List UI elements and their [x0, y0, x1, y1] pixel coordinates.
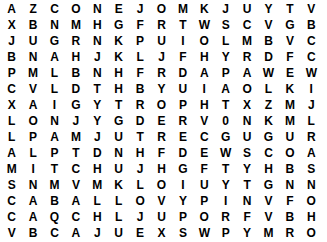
grid-cell[interactable]: A [22, 209, 43, 225]
grid-cell[interactable]: W [258, 65, 279, 81]
grid-cell[interactable]: K [108, 33, 129, 49]
grid-cell[interactable]: F [236, 209, 257, 225]
grid-cell[interactable]: U [22, 33, 43, 49]
grid-cell[interactable]: A [1, 145, 22, 161]
grid-cell[interactable]: C [194, 129, 215, 145]
grid-cell[interactable]: F [194, 161, 215, 177]
grid-cell[interactable]: Q [44, 209, 65, 225]
grid-cell[interactable]: O [279, 145, 300, 161]
grid-cell[interactable]: O [194, 209, 215, 225]
grid-cell[interactable]: B [279, 209, 300, 225]
grid-cell[interactable]: M [1, 161, 22, 177]
grid-cell[interactable]: G [65, 97, 86, 113]
grid-cell[interactable]: J [87, 225, 108, 241]
grid-cell[interactable]: U [108, 129, 129, 145]
grid-cell[interactable]: J [87, 129, 108, 145]
grid-cell[interactable]: C [1, 81, 22, 97]
grid-cell[interactable]: A [65, 225, 86, 241]
grid-cell[interactable]: C [301, 49, 322, 65]
grid-cell[interactable]: I [22, 161, 43, 177]
grid-cell[interactable]: A [22, 193, 43, 209]
grid-cell[interactable]: M [87, 177, 108, 193]
grid-cell[interactable]: A [44, 49, 65, 65]
grid-cell[interactable]: N [22, 49, 43, 65]
grid-cell[interactable]: C [44, 1, 65, 17]
grid-cell[interactable]: V [258, 193, 279, 209]
grid-cell[interactable]: F [279, 49, 300, 65]
grid-cell[interactable]: K [194, 1, 215, 17]
word-search-grid: AZCONEJOMKJUYTVXBNMHGFRTWSCVGBJUGRNKPUIO… [1, 1, 322, 241]
grid-cell[interactable]: R [215, 209, 236, 225]
grid-cell[interactable]: V [258, 209, 279, 225]
grid-cell[interactable]: R [151, 65, 172, 81]
grid-cell[interactable]: G [279, 17, 300, 33]
grid-cell[interactable]: J [129, 161, 150, 177]
grid-cell[interactable]: U [108, 225, 129, 241]
grid-cell[interactable]: H [65, 49, 86, 65]
grid-cell[interactable]: L [44, 65, 65, 81]
grid-cell[interactable]: R [301, 129, 322, 145]
grid-cell[interactable]: W [215, 145, 236, 161]
grid-cell[interactable]: Y [172, 193, 193, 209]
grid-cell[interactable]: E [151, 113, 172, 129]
grid-cell[interactable]: X [1, 97, 22, 113]
grid-cell[interactable]: N [236, 193, 257, 209]
grid-cell[interactable]: N [22, 177, 43, 193]
grid-cell[interactable]: N [44, 113, 65, 129]
grid-cell[interactable]: P [172, 209, 193, 225]
grid-cell[interactable]: H [108, 65, 129, 81]
grid-cell[interactable]: H [258, 161, 279, 177]
grid-cell[interactable]: A [215, 81, 236, 97]
grid-cell[interactable]: H [151, 161, 172, 177]
grid-cell[interactable]: J [301, 97, 322, 113]
grid-cell[interactable]: B [65, 65, 86, 81]
grid-cell[interactable]: E [129, 225, 150, 241]
grid-cell[interactable]: B [22, 225, 43, 241]
grid-cell[interactable]: C [1, 209, 22, 225]
grid-cell[interactable]: M [236, 33, 257, 49]
grid-cell[interactable]: H [129, 145, 150, 161]
grid-cell[interactable]: M [65, 17, 86, 33]
grid-cell[interactable]: U [279, 129, 300, 145]
grid-cell[interactable]: H [108, 81, 129, 97]
grid-cell[interactable]: H [87, 209, 108, 225]
grid-cell[interactable]: V [258, 17, 279, 33]
grid-cell[interactable]: Y [87, 113, 108, 129]
grid-cell[interactable]: T [236, 177, 257, 193]
grid-cell[interactable]: U [236, 129, 257, 145]
grid-cell[interactable]: N [236, 113, 257, 129]
grid-cell[interactable]: J [65, 113, 86, 129]
grid-cell[interactable]: A [236, 65, 257, 81]
grid-cell[interactable]: P [194, 193, 215, 209]
grid-cell[interactable]: Y [215, 177, 236, 193]
grid-cell[interactable]: C [236, 17, 257, 33]
grid-cell[interactable]: K [108, 177, 129, 193]
grid-cell[interactable]: N [87, 1, 108, 17]
grid-cell[interactable]: P [44, 145, 65, 161]
grid-cell[interactable]: T [87, 81, 108, 97]
grid-cell[interactable]: O [151, 177, 172, 193]
grid-cell[interactable]: A [301, 145, 322, 161]
grid-cell[interactable]: L [129, 49, 150, 65]
grid-cell[interactable]: R [236, 49, 257, 65]
grid-cell[interactable]: B [129, 81, 150, 97]
grid-cell[interactable]: I [172, 33, 193, 49]
grid-cell[interactable]: V [151, 193, 172, 209]
grid-cell[interactable]: H [194, 49, 215, 65]
grid-cell[interactable]: O [151, 1, 172, 17]
grid-cell[interactable]: A [22, 97, 43, 113]
grid-cell[interactable]: V [65, 177, 86, 193]
grid-cell[interactable]: M [279, 113, 300, 129]
grid-cell[interactable]: T [215, 161, 236, 177]
grid-cell[interactable]: O [129, 193, 150, 209]
grid-cell[interactable]: E [279, 65, 300, 81]
grid-cell[interactable]: D [258, 49, 279, 65]
grid-cell[interactable]: X [236, 97, 257, 113]
grid-cell[interactable]: X [1, 17, 22, 33]
grid-cell[interactable]: R [65, 33, 86, 49]
grid-cell[interactable]: B [279, 161, 300, 177]
grid-cell[interactable]: G [258, 177, 279, 193]
grid-cell[interactable]: C [44, 225, 65, 241]
grid-cell[interactable]: L [108, 193, 129, 209]
grid-cell[interactable]: V [1, 225, 22, 241]
grid-cell[interactable]: K [258, 113, 279, 129]
grid-cell[interactable]: Y [258, 1, 279, 17]
grid-cell[interactable]: F [129, 17, 150, 33]
grid-cell[interactable]: L [1, 113, 22, 129]
grid-cell[interactable]: Y [215, 49, 236, 65]
grid-cell[interactable]: S [172, 225, 193, 241]
grid-cell[interactable]: U [194, 177, 215, 193]
grid-cell[interactable]: T [215, 97, 236, 113]
grid-cell[interactable]: L [108, 209, 129, 225]
grid-cell[interactable]: A [44, 129, 65, 145]
grid-cell[interactable]: Y [151, 81, 172, 97]
grid-cell[interactable]: B [22, 17, 43, 33]
grid-cell[interactable]: R [129, 97, 150, 113]
grid-cell[interactable]: D [172, 145, 193, 161]
grid-cell[interactable]: W [194, 225, 215, 241]
grid-cell[interactable]: K [108, 49, 129, 65]
grid-cell[interactable]: Y [87, 97, 108, 113]
grid-cell[interactable]: B [258, 33, 279, 49]
grid-cell[interactable]: W [194, 17, 215, 33]
grid-cell[interactable]: V [279, 33, 300, 49]
grid-cell[interactable]: M [22, 65, 43, 81]
grid-cell[interactable]: C [65, 161, 86, 177]
grid-cell[interactable]: T [44, 161, 65, 177]
grid-cell[interactable]: S [236, 145, 257, 161]
grid-cell[interactable]: J [151, 49, 172, 65]
grid-cell[interactable]: N [301, 177, 322, 193]
grid-cell[interactable]: U [172, 81, 193, 97]
grid-cell[interactable]: L [1, 129, 22, 145]
grid-cell[interactable]: R [279, 225, 300, 241]
grid-cell[interactable]: C [1, 193, 22, 209]
grid-cell[interactable]: B [1, 49, 22, 65]
grid-cell[interactable]: M [279, 97, 300, 113]
grid-cell[interactable]: D [87, 145, 108, 161]
grid-cell[interactable]: L [22, 145, 43, 161]
grid-cell[interactable]: T [108, 97, 129, 113]
grid-cell[interactable]: Z [22, 1, 43, 17]
grid-cell[interactable]: Y [236, 225, 257, 241]
grid-cell[interactable]: H [87, 17, 108, 33]
grid-cell[interactable]: F [172, 49, 193, 65]
grid-cell[interactable]: A [65, 193, 86, 209]
grid-cell[interactable]: J [215, 1, 236, 17]
grid-cell[interactable]: A [194, 65, 215, 81]
grid-cell[interactable]: I [215, 193, 236, 209]
grid-cell[interactable]: J [1, 33, 22, 49]
grid-cell[interactable]: I [172, 177, 193, 193]
grid-cell[interactable]: G [215, 129, 236, 145]
grid-cell[interactable]: H [301, 209, 322, 225]
grid-cell[interactable]: O [151, 97, 172, 113]
grid-cell[interactable]: L [301, 113, 322, 129]
grid-cell[interactable]: W [301, 65, 322, 81]
grid-cell[interactable]: O [65, 1, 86, 17]
grid-cell[interactable]: T [129, 129, 150, 145]
grid-cell[interactable]: M [44, 177, 65, 193]
grid-cell[interactable]: P [129, 33, 150, 49]
grid-cell[interactable]: O [194, 33, 215, 49]
grid-cell[interactable]: I [194, 81, 215, 97]
grid-cell[interactable]: N [279, 177, 300, 193]
grid-cell[interactable]: L [258, 81, 279, 97]
grid-cell[interactable]: N [108, 145, 129, 161]
grid-cell[interactable]: E [108, 1, 129, 17]
grid-cell[interactable]: I [44, 97, 65, 113]
grid-cell[interactable]: V [194, 113, 215, 129]
grid-cell[interactable]: P [215, 65, 236, 81]
grid-cell[interactable]: N [44, 17, 65, 33]
grid-cell[interactable]: L [129, 177, 150, 193]
grid-cell[interactable]: F [129, 65, 150, 81]
grid-cell[interactable]: P [1, 65, 22, 81]
grid-cell[interactable]: A [1, 1, 22, 17]
grid-cell[interactable]: M [172, 1, 193, 17]
grid-cell[interactable]: O [22, 113, 43, 129]
grid-cell[interactable]: T [65, 145, 86, 161]
grid-cell[interactable]: P [215, 225, 236, 241]
grid-cell[interactable]: B [301, 17, 322, 33]
grid-cell[interactable]: E [172, 129, 193, 145]
grid-cell[interactable]: R [172, 113, 193, 129]
grid-cell[interactable]: R [151, 129, 172, 145]
grid-cell[interactable]: V [301, 1, 322, 17]
grid-cell[interactable]: C [301, 33, 322, 49]
grid-cell[interactable]: G [108, 113, 129, 129]
grid-cell[interactable]: L [87, 193, 108, 209]
grid-cell[interactable]: F [151, 145, 172, 161]
grid-cell[interactable]: U [108, 161, 129, 177]
grid-cell[interactable]: G [172, 161, 193, 177]
grid-cell[interactable]: F [279, 193, 300, 209]
grid-cell[interactable]: G [108, 17, 129, 33]
grid-cell[interactable]: J [129, 209, 150, 225]
grid-cell[interactable]: X [151, 225, 172, 241]
grid-cell[interactable]: E [194, 145, 215, 161]
grid-cell[interactable]: G [44, 33, 65, 49]
grid-cell[interactable]: U [236, 1, 257, 17]
grid-cell[interactable]: G [258, 129, 279, 145]
grid-cell[interactable]: S [1, 177, 22, 193]
grid-cell[interactable]: H [194, 97, 215, 113]
grid-cell[interactable]: T [172, 17, 193, 33]
grid-cell[interactable]: O [301, 193, 322, 209]
grid-cell[interactable]: Z [258, 97, 279, 113]
grid-cell[interactable]: D [172, 65, 193, 81]
grid-cell[interactable]: S [215, 17, 236, 33]
grid-cell[interactable]: 0 [215, 113, 236, 129]
grid-cell[interactable]: C [258, 145, 279, 161]
grid-cell[interactable]: M [65, 129, 86, 145]
grid-cell[interactable]: Y [236, 161, 257, 177]
grid-cell[interactable]: H [87, 161, 108, 177]
grid-cell[interactable]: C [65, 209, 86, 225]
grid-cell[interactable]: S [301, 161, 322, 177]
grid-cell[interactable]: D [129, 113, 150, 129]
grid-cell[interactable]: V [22, 81, 43, 97]
grid-cell[interactable]: P [172, 97, 193, 113]
grid-cell[interactable]: J [129, 1, 150, 17]
grid-cell[interactable]: B [44, 193, 65, 209]
grid-cell[interactable]: U [151, 209, 172, 225]
grid-cell[interactable]: N [87, 33, 108, 49]
grid-cell[interactable]: R [151, 17, 172, 33]
grid-cell[interactable]: N [87, 65, 108, 81]
grid-cell[interactable]: I [301, 81, 322, 97]
grid-cell[interactable]: D [65, 81, 86, 97]
grid-cell[interactable]: M [258, 225, 279, 241]
grid-cell[interactable]: L [215, 33, 236, 49]
grid-cell[interactable]: K [279, 81, 300, 97]
grid-cell[interactable]: T [279, 1, 300, 17]
grid-cell[interactable]: J [87, 49, 108, 65]
grid-cell[interactable]: O [236, 81, 257, 97]
grid-cell[interactable]: P [22, 129, 43, 145]
grid-cell[interactable]: L [44, 81, 65, 97]
grid-cell[interactable]: U [151, 33, 172, 49]
grid-cell[interactable]: O [301, 225, 322, 241]
